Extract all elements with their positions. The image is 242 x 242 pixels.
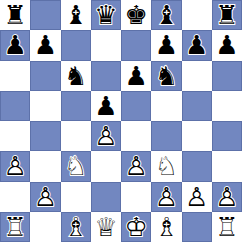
square-f5[interactable] — [151, 91, 181, 121]
piece-black-pawn[interactable]: ♟♟ — [121, 61, 151, 91]
square-g1[interactable] — [182, 212, 212, 242]
square-e1[interactable]: ♚♔ — [121, 212, 151, 242]
square-e5[interactable] — [121, 91, 151, 121]
piece-white-pawn[interactable]: ♟♙ — [0, 151, 30, 181]
piece-linework: ♕ — [91, 212, 121, 242]
piece-black-pawn[interactable]: ♟♟ — [182, 30, 212, 60]
square-b7[interactable]: ♟♟ — [30, 30, 60, 60]
square-c1[interactable]: ♝♗ — [61, 212, 91, 242]
piece-white-knight[interactable]: ♞♘ — [151, 151, 181, 181]
piece-black-pawn[interactable]: ♟♟ — [91, 91, 121, 121]
piece-linework: ♙ — [182, 182, 212, 212]
piece-linework: ♞ — [61, 61, 91, 91]
piece-white-pawn[interactable]: ♟♙ — [151, 182, 181, 212]
piece-linework: ♟ — [121, 61, 151, 91]
piece-white-pawn[interactable]: ♟♙ — [182, 182, 212, 212]
square-a3[interactable]: ♟♙ — [0, 151, 30, 181]
piece-linework: ♜ — [212, 0, 242, 30]
piece-black-knight[interactable]: ♞♞ — [61, 61, 91, 91]
square-e4[interactable] — [121, 121, 151, 151]
piece-linework: ♟ — [91, 91, 121, 121]
square-c8[interactable]: ♝♝ — [61, 0, 91, 30]
square-d3[interactable] — [91, 151, 121, 181]
square-e6[interactable]: ♟♟ — [121, 61, 151, 91]
piece-linework: ♙ — [30, 182, 60, 212]
square-b5[interactable] — [30, 91, 60, 121]
square-g8[interactable] — [182, 0, 212, 30]
square-h8[interactable]: ♜♜ — [212, 0, 242, 30]
piece-white-pawn[interactable]: ♟♙ — [30, 182, 60, 212]
piece-white-queen[interactable]: ♛♕ — [91, 212, 121, 242]
piece-linework: ♖ — [212, 212, 242, 242]
piece-white-pawn[interactable]: ♟♙ — [212, 182, 242, 212]
chess-board: ♜♜♝♝♛♛♚♚♝♝♜♜♟♟♟♟♟♟♟♟♟♟♞♞♟♟♞♞♟♟♟♙♟♙♞♘♟♙♞♘… — [0, 0, 242, 242]
piece-linework: ♙ — [121, 151, 151, 181]
piece-white-pawn[interactable]: ♟♙ — [121, 151, 151, 181]
square-f1[interactable]: ♝♗ — [151, 212, 181, 242]
piece-black-rook[interactable]: ♜♜ — [212, 0, 242, 30]
piece-linework: ♝ — [61, 0, 91, 30]
piece-white-rook[interactable]: ♜♖ — [0, 212, 30, 242]
piece-linework: ♗ — [61, 212, 91, 242]
square-c5[interactable] — [61, 91, 91, 121]
square-d5[interactable]: ♟♟ — [91, 91, 121, 121]
square-h5[interactable] — [212, 91, 242, 121]
square-a4[interactable] — [0, 121, 30, 151]
square-g4[interactable] — [182, 121, 212, 151]
square-f4[interactable] — [151, 121, 181, 151]
square-h1[interactable]: ♜♖ — [212, 212, 242, 242]
square-b2[interactable]: ♟♙ — [30, 182, 60, 212]
square-f8[interactable]: ♝♝ — [151, 0, 181, 30]
square-b6[interactable] — [30, 61, 60, 91]
piece-linework: ♙ — [212, 182, 242, 212]
square-d7[interactable] — [91, 30, 121, 60]
square-a5[interactable] — [0, 91, 30, 121]
piece-white-king[interactable]: ♚♔ — [121, 212, 151, 242]
square-b1[interactable] — [30, 212, 60, 242]
piece-linework: ♙ — [151, 182, 181, 212]
square-g3[interactable] — [182, 151, 212, 181]
square-g7[interactable]: ♟♟ — [182, 30, 212, 60]
square-a7[interactable]: ♟♟ — [0, 30, 30, 60]
piece-linework: ♘ — [61, 151, 91, 181]
piece-black-pawn[interactable]: ♟♟ — [0, 30, 30, 60]
square-b8[interactable] — [30, 0, 60, 30]
piece-black-king[interactable]: ♚♚ — [121, 0, 151, 30]
piece-linework: ♟ — [151, 30, 181, 60]
square-h4[interactable] — [212, 121, 242, 151]
square-c7[interactable] — [61, 30, 91, 60]
square-d8[interactable]: ♛♛ — [91, 0, 121, 30]
square-e2[interactable] — [121, 182, 151, 212]
square-f3[interactable]: ♞♘ — [151, 151, 181, 181]
piece-linework: ♝ — [151, 0, 181, 30]
square-g6[interactable] — [182, 61, 212, 91]
piece-white-knight[interactable]: ♞♘ — [61, 151, 91, 181]
square-d6[interactable] — [91, 61, 121, 91]
square-h7[interactable]: ♟♟ — [212, 30, 242, 60]
piece-black-queen[interactable]: ♛♛ — [91, 0, 121, 30]
square-a8[interactable]: ♜♜ — [0, 0, 30, 30]
square-h3[interactable] — [212, 151, 242, 181]
square-d4[interactable]: ♟♙ — [91, 121, 121, 151]
piece-linework: ♛ — [91, 0, 121, 30]
square-h6[interactable] — [212, 61, 242, 91]
square-a2[interactable] — [0, 182, 30, 212]
piece-linework: ♜ — [0, 0, 30, 30]
square-f2[interactable]: ♟♙ — [151, 182, 181, 212]
piece-black-bishop[interactable]: ♝♝ — [151, 0, 181, 30]
piece-white-bishop[interactable]: ♝♗ — [61, 212, 91, 242]
square-a1[interactable]: ♜♖ — [0, 212, 30, 242]
piece-black-pawn[interactable]: ♟♟ — [30, 30, 60, 60]
square-b3[interactable] — [30, 151, 60, 181]
square-c6[interactable]: ♞♞ — [61, 61, 91, 91]
piece-black-bishop[interactable]: ♝♝ — [61, 0, 91, 30]
piece-black-pawn[interactable]: ♟♟ — [212, 30, 242, 60]
square-f6[interactable]: ♞♞ — [151, 61, 181, 91]
square-e7[interactable] — [121, 30, 151, 60]
piece-white-pawn[interactable]: ♟♙ — [91, 121, 121, 151]
piece-white-rook[interactable]: ♜♖ — [212, 212, 242, 242]
piece-linework: ♟ — [30, 30, 60, 60]
square-b4[interactable] — [30, 121, 60, 151]
piece-linework: ♖ — [0, 212, 30, 242]
piece-linework: ♔ — [121, 212, 151, 242]
square-a6[interactable] — [0, 61, 30, 91]
square-d1[interactable]: ♛♕ — [91, 212, 121, 242]
square-f7[interactable]: ♟♟ — [151, 30, 181, 60]
piece-linework: ♟ — [212, 30, 242, 60]
piece-black-pawn[interactable]: ♟♟ — [151, 30, 181, 60]
piece-linework: ♗ — [151, 212, 181, 242]
piece-linework: ♟ — [182, 30, 212, 60]
piece-black-knight[interactable]: ♞♞ — [151, 61, 181, 91]
square-g2[interactable]: ♟♙ — [182, 182, 212, 212]
square-e3[interactable]: ♟♙ — [121, 151, 151, 181]
square-c3[interactable]: ♞♘ — [61, 151, 91, 181]
square-e8[interactable]: ♚♚ — [121, 0, 151, 30]
piece-linework: ♚ — [121, 0, 151, 30]
square-d2[interactable] — [91, 182, 121, 212]
piece-linework: ♘ — [151, 151, 181, 181]
square-h2[interactable]: ♟♙ — [212, 182, 242, 212]
piece-linework: ♙ — [91, 121, 121, 151]
piece-linework: ♙ — [0, 151, 30, 181]
square-g5[interactable] — [182, 91, 212, 121]
piece-linework: ♟ — [0, 30, 30, 60]
piece-white-bishop[interactable]: ♝♗ — [151, 212, 181, 242]
piece-linework: ♞ — [151, 61, 181, 91]
square-c2[interactable] — [61, 182, 91, 212]
square-c4[interactable] — [61, 121, 91, 151]
piece-black-rook[interactable]: ♜♜ — [0, 0, 30, 30]
